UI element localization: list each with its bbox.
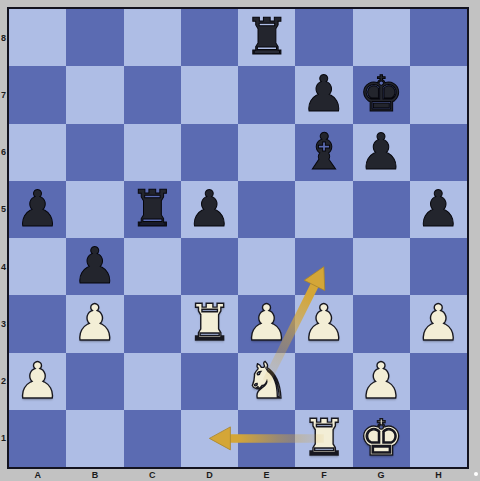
rank-label-8: 8 <box>0 9 7 66</box>
square-h4[interactable] <box>410 238 467 295</box>
file-label-e: E <box>238 469 295 480</box>
rank-label-3: 3 <box>0 295 7 352</box>
square-d4[interactable] <box>181 238 238 295</box>
white-pawn[interactable]: ♟ <box>15 353 60 410</box>
square-g8[interactable] <box>353 9 410 66</box>
square-f2[interactable] <box>295 353 352 410</box>
black-pawn[interactable]: ♟ <box>359 124 404 181</box>
file-label-b: B <box>66 469 123 480</box>
square-g6[interactable]: ♟ <box>353 124 410 181</box>
square-b6[interactable] <box>66 124 123 181</box>
white-pawn[interactable]: ♟ <box>244 295 289 352</box>
rank-label-1: 1 <box>0 410 7 467</box>
square-c8[interactable] <box>124 9 181 66</box>
white-pawn[interactable]: ♟ <box>359 353 404 410</box>
square-g5[interactable] <box>353 181 410 238</box>
square-b7[interactable] <box>66 66 123 123</box>
rank-label-6: 6 <box>0 124 7 181</box>
square-c1[interactable] <box>124 410 181 467</box>
square-c3[interactable] <box>124 295 181 352</box>
square-a7[interactable] <box>9 66 66 123</box>
square-c2[interactable] <box>124 353 181 410</box>
rank-label-5: 5 <box>0 181 7 238</box>
black-king[interactable]: ♚ <box>359 66 404 123</box>
square-g1[interactable]: ♚ <box>353 410 410 467</box>
square-g3[interactable] <box>353 295 410 352</box>
square-g7[interactable]: ♚ <box>353 66 410 123</box>
square-f5[interactable] <box>295 181 352 238</box>
square-a3[interactable] <box>9 295 66 352</box>
white-pawn[interactable]: ♟ <box>301 295 346 352</box>
square-a8[interactable] <box>9 9 66 66</box>
rank-label-4: 4 <box>0 238 7 295</box>
rank-label-2: 2 <box>0 353 7 410</box>
square-a2[interactable]: ♟ <box>9 353 66 410</box>
square-f8[interactable] <box>295 9 352 66</box>
black-rook[interactable]: ♜ <box>130 181 175 238</box>
square-f1[interactable]: ♜ <box>295 410 352 467</box>
square-e8[interactable]: ♜ <box>238 9 295 66</box>
square-a1[interactable] <box>9 410 66 467</box>
white-rook[interactable]: ♜ <box>187 295 232 352</box>
square-e6[interactable] <box>238 124 295 181</box>
black-rook[interactable]: ♜ <box>244 9 289 66</box>
white-king[interactable]: ♚ <box>359 410 404 467</box>
rank-label-7: 7 <box>0 66 7 123</box>
square-a5[interactable]: ♟ <box>9 181 66 238</box>
square-f4[interactable] <box>295 238 352 295</box>
square-h1[interactable] <box>410 410 467 467</box>
square-d6[interactable] <box>181 124 238 181</box>
square-b1[interactable] <box>66 410 123 467</box>
square-h3[interactable]: ♟ <box>410 295 467 352</box>
square-e7[interactable] <box>238 66 295 123</box>
white-pawn[interactable]: ♟ <box>72 295 117 352</box>
file-label-c: C <box>124 469 181 480</box>
square-d5[interactable]: ♟ <box>181 181 238 238</box>
square-e3[interactable]: ♟ <box>238 295 295 352</box>
square-d8[interactable] <box>181 9 238 66</box>
black-pawn[interactable]: ♟ <box>187 181 232 238</box>
square-b5[interactable] <box>66 181 123 238</box>
square-a4[interactable] <box>9 238 66 295</box>
square-h8[interactable] <box>410 9 467 66</box>
white-knight[interactable]: ♞ <box>244 353 289 410</box>
square-h7[interactable] <box>410 66 467 123</box>
resize-grip-dot <box>474 472 478 476</box>
square-b3[interactable]: ♟ <box>66 295 123 352</box>
file-label-h: H <box>410 469 467 480</box>
square-h2[interactable] <box>410 353 467 410</box>
black-pawn[interactable]: ♟ <box>301 66 346 123</box>
square-b8[interactable] <box>66 9 123 66</box>
square-d1[interactable] <box>181 410 238 467</box>
chess-board: ♜♟♚♝♟♟♜♟♟♟♟♜♟♟♟♟♞♟♜♚ <box>7 7 469 469</box>
square-h6[interactable] <box>410 124 467 181</box>
square-e5[interactable] <box>238 181 295 238</box>
square-g4[interactable] <box>353 238 410 295</box>
square-b2[interactable] <box>66 353 123 410</box>
black-bishop[interactable]: ♝ <box>301 124 346 181</box>
white-pawn[interactable]: ♟ <box>416 295 461 352</box>
square-c4[interactable] <box>124 238 181 295</box>
square-d7[interactable] <box>181 66 238 123</box>
square-f7[interactable]: ♟ <box>295 66 352 123</box>
board-grid: ♜♟♚♝♟♟♜♟♟♟♟♜♟♟♟♟♞♟♜♚ <box>9 9 467 467</box>
black-pawn[interactable]: ♟ <box>72 238 117 295</box>
square-f6[interactable]: ♝ <box>295 124 352 181</box>
white-rook[interactable]: ♜ <box>301 410 346 467</box>
file-label-d: D <box>181 469 238 480</box>
black-pawn[interactable]: ♟ <box>416 181 461 238</box>
square-e1[interactable] <box>238 410 295 467</box>
square-e2[interactable]: ♞ <box>238 353 295 410</box>
square-h5[interactable]: ♟ <box>410 181 467 238</box>
square-g2[interactable]: ♟ <box>353 353 410 410</box>
square-c6[interactable] <box>124 124 181 181</box>
file-label-a: A <box>9 469 66 480</box>
file-label-f: F <box>295 469 352 480</box>
square-b4[interactable]: ♟ <box>66 238 123 295</box>
black-pawn[interactable]: ♟ <box>15 181 60 238</box>
file-label-g: G <box>353 469 410 480</box>
square-e4[interactable] <box>238 238 295 295</box>
square-d3[interactable]: ♜ <box>181 295 238 352</box>
square-a6[interactable] <box>9 124 66 181</box>
square-c5[interactable]: ♜ <box>124 181 181 238</box>
square-f3[interactable]: ♟ <box>295 295 352 352</box>
square-d2[interactable] <box>181 353 238 410</box>
square-c7[interactable] <box>124 66 181 123</box>
